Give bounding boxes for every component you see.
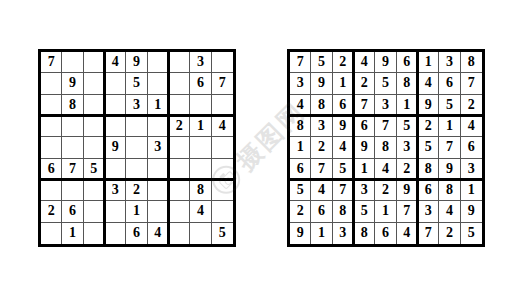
sudoku-cell: 1 bbox=[418, 52, 439, 73]
sudoku-cell bbox=[41, 95, 62, 116]
sudoku-cell: 4 bbox=[290, 95, 311, 116]
sudoku-cell: 7 bbox=[461, 73, 482, 94]
sudoku-cell: 5 bbox=[397, 116, 418, 137]
sudoku-cell: 6 bbox=[461, 137, 482, 158]
sudoku-cell: 2 bbox=[311, 137, 332, 158]
sudoku-cell: 1 bbox=[290, 137, 311, 158]
sudoku-cell bbox=[169, 201, 190, 222]
sudoku-cell bbox=[84, 223, 105, 244]
sudoku-cell: 5 bbox=[333, 159, 354, 180]
sudoku-cell bbox=[105, 159, 126, 180]
sudoku-cell: 5 bbox=[354, 201, 375, 222]
sudoku-cell: 6 bbox=[397, 52, 418, 73]
sudoku-cell bbox=[41, 137, 62, 158]
sudoku-cell: 1 bbox=[461, 180, 482, 201]
sudoku-cell: 6 bbox=[354, 116, 375, 137]
sudoku-cell: 9 bbox=[62, 73, 83, 94]
box-divider bbox=[416, 52, 419, 244]
sudoku-cell bbox=[212, 159, 233, 180]
sudoku-cell bbox=[105, 95, 126, 116]
sudoku-cell: 8 bbox=[190, 180, 211, 201]
sudoku-cell bbox=[126, 159, 147, 180]
box-divider bbox=[103, 52, 106, 244]
box-divider bbox=[290, 114, 482, 117]
sudoku-cell: 1 bbox=[375, 201, 396, 222]
sudoku-cell: 7 bbox=[311, 159, 332, 180]
sudoku-cell: 2 bbox=[418, 116, 439, 137]
sudoku-cell: 9 bbox=[354, 137, 375, 158]
sudoku-cell bbox=[212, 52, 233, 73]
sudoku-cell bbox=[169, 52, 190, 73]
sudoku-cell: 4 bbox=[333, 137, 354, 158]
sudoku-cell: 3 bbox=[461, 159, 482, 180]
sudoku-cell bbox=[84, 137, 105, 158]
sudoku-cell: 8 bbox=[311, 95, 332, 116]
box-divider bbox=[290, 178, 482, 181]
sudoku-cell: 3 bbox=[148, 137, 169, 158]
solution-grid: 7524961383912584674867319528396752141249… bbox=[287, 49, 485, 247]
sudoku-cell: 4 bbox=[461, 116, 482, 137]
sudoku-cell: 7 bbox=[354, 95, 375, 116]
sudoku-cell: 8 bbox=[62, 95, 83, 116]
sudoku-cell: 6 bbox=[375, 223, 396, 244]
sudoku-cell: 9 bbox=[126, 52, 147, 73]
sudoku-cell bbox=[169, 223, 190, 244]
sudoku-cell: 1 bbox=[311, 223, 332, 244]
sudoku-cell: 4 bbox=[375, 159, 396, 180]
sudoku-cell bbox=[62, 180, 83, 201]
sudoku-cell bbox=[84, 52, 105, 73]
sudoku-cell: 2 bbox=[375, 180, 396, 201]
sudoku-cell bbox=[212, 95, 233, 116]
sudoku-cell: 8 bbox=[333, 201, 354, 222]
sudoku-cell: 1 bbox=[190, 116, 211, 137]
sudoku-cell: 4 bbox=[105, 52, 126, 73]
sudoku-cell: 2 bbox=[461, 95, 482, 116]
sudoku-cell: 2 bbox=[290, 201, 311, 222]
sudoku-cell bbox=[126, 116, 147, 137]
sudoku-cell: 8 bbox=[375, 137, 396, 158]
sudoku-cell: 9 bbox=[290, 223, 311, 244]
sudoku-cell: 9 bbox=[311, 73, 332, 94]
sudoku-cell: 6 bbox=[62, 201, 83, 222]
sudoku-cell: 6 bbox=[418, 180, 439, 201]
sudoku-cell: 1 bbox=[333, 73, 354, 94]
sudoku-cell bbox=[84, 201, 105, 222]
sudoku-cell bbox=[84, 116, 105, 137]
sudoku-cell: 6 bbox=[290, 159, 311, 180]
sudoku-cell: 7 bbox=[290, 52, 311, 73]
sudoku-cell: 3 bbox=[439, 52, 460, 73]
sudoku-cell bbox=[190, 159, 211, 180]
sudoku-cell: 9 bbox=[461, 201, 482, 222]
box-divider bbox=[167, 52, 170, 244]
sudoku-cell bbox=[169, 95, 190, 116]
sudoku-cell: 4 bbox=[190, 201, 211, 222]
sudoku-cell bbox=[105, 223, 126, 244]
sudoku-cell: 2 bbox=[397, 159, 418, 180]
sudoku-cell: 2 bbox=[126, 180, 147, 201]
sudoku-cell bbox=[105, 116, 126, 137]
sudoku-cell bbox=[84, 180, 105, 201]
sudoku-cell: 5 bbox=[418, 137, 439, 158]
sudoku-cell: 4 bbox=[354, 52, 375, 73]
sudoku-cell: 3 bbox=[126, 95, 147, 116]
sudoku-cell bbox=[41, 73, 62, 94]
sudoku-cell bbox=[84, 73, 105, 94]
sudoku-cell bbox=[169, 73, 190, 94]
sudoku-cell bbox=[169, 137, 190, 158]
sudoku-cell: 1 bbox=[397, 95, 418, 116]
sudoku-cell: 7 bbox=[418, 223, 439, 244]
sudoku-cell bbox=[148, 116, 169, 137]
sudoku-cell bbox=[126, 137, 147, 158]
box-divider bbox=[352, 52, 355, 244]
sudoku-cell: 3 bbox=[375, 95, 396, 116]
sudoku-cell: 3 bbox=[190, 52, 211, 73]
sudoku-cell: 5 bbox=[311, 52, 332, 73]
sudoku-cell bbox=[190, 223, 211, 244]
sudoku-cell: 4 bbox=[212, 116, 233, 137]
sudoku-cell bbox=[148, 52, 169, 73]
sudoku-cell: 2 bbox=[41, 201, 62, 222]
sudoku-cell bbox=[212, 137, 233, 158]
sudoku-cell: 8 bbox=[461, 52, 482, 73]
sudoku-cell bbox=[148, 201, 169, 222]
sudoku-cell: 7 bbox=[41, 52, 62, 73]
sudoku-cell: 9 bbox=[397, 180, 418, 201]
sudoku-cell: 1 bbox=[62, 223, 83, 244]
sudoku-cell: 1 bbox=[126, 201, 147, 222]
sudoku-cell bbox=[190, 137, 211, 158]
sudoku-cell: 7 bbox=[62, 159, 83, 180]
sudoku-cell: 3 bbox=[397, 137, 418, 158]
sudoku-illustration: 749395678312149367532826141645 752496138… bbox=[0, 0, 525, 300]
sudoku-cell: 2 bbox=[354, 73, 375, 94]
sudoku-cell: 9 bbox=[105, 137, 126, 158]
sudoku-cell: 3 bbox=[290, 73, 311, 94]
puzzle-grid: 749395678312149367532826141645 bbox=[38, 49, 236, 247]
sudoku-cell bbox=[212, 201, 233, 222]
sudoku-cell: 3 bbox=[418, 201, 439, 222]
sudoku-cell: 1 bbox=[439, 116, 460, 137]
sudoku-cell: 2 bbox=[439, 223, 460, 244]
sudoku-cell: 9 bbox=[375, 52, 396, 73]
sudoku-cell bbox=[212, 180, 233, 201]
sudoku-cell: 7 bbox=[375, 116, 396, 137]
sudoku-cell: 6 bbox=[41, 159, 62, 180]
sudoku-cell bbox=[169, 180, 190, 201]
sudoku-cell: 7 bbox=[333, 180, 354, 201]
sudoku-cell bbox=[41, 223, 62, 244]
sudoku-cell: 9 bbox=[333, 116, 354, 137]
sudoku-cell: 3 bbox=[333, 223, 354, 244]
sudoku-cell bbox=[105, 73, 126, 94]
sudoku-cell: 5 bbox=[290, 180, 311, 201]
sudoku-cell: 6 bbox=[333, 95, 354, 116]
sudoku-cell: 4 bbox=[418, 73, 439, 94]
box-divider bbox=[41, 114, 233, 117]
sudoku-cell: 6 bbox=[190, 73, 211, 94]
sudoku-cell: 9 bbox=[418, 95, 439, 116]
sudoku-cell: 6 bbox=[126, 223, 147, 244]
sudoku-cell: 6 bbox=[311, 201, 332, 222]
sudoku-cell: 6 bbox=[439, 73, 460, 94]
sudoku-cell: 1 bbox=[148, 95, 169, 116]
sudoku-cell: 5 bbox=[439, 95, 460, 116]
sudoku-cell bbox=[62, 116, 83, 137]
sudoku-cell: 4 bbox=[148, 223, 169, 244]
sudoku-cell: 8 bbox=[418, 159, 439, 180]
sudoku-cell: 4 bbox=[397, 223, 418, 244]
sudoku-cell: 3 bbox=[105, 180, 126, 201]
sudoku-cell: 5 bbox=[212, 223, 233, 244]
sudoku-cell bbox=[190, 95, 211, 116]
sudoku-cell bbox=[84, 95, 105, 116]
sudoku-cell bbox=[148, 159, 169, 180]
sudoku-cell bbox=[148, 180, 169, 201]
sudoku-cell: 2 bbox=[333, 52, 354, 73]
sudoku-cell: 2 bbox=[169, 116, 190, 137]
box-divider bbox=[41, 178, 233, 181]
sudoku-cell: 8 bbox=[354, 223, 375, 244]
sudoku-cell: 1 bbox=[354, 159, 375, 180]
sudoku-cell: 8 bbox=[439, 180, 460, 201]
sudoku-cell: 3 bbox=[354, 180, 375, 201]
sudoku-cell: 3 bbox=[311, 116, 332, 137]
sudoku-cell bbox=[148, 73, 169, 94]
sudoku-cell bbox=[41, 180, 62, 201]
sudoku-cell: 5 bbox=[126, 73, 147, 94]
sudoku-cell: 4 bbox=[439, 201, 460, 222]
sudoku-cell: 5 bbox=[375, 73, 396, 94]
sudoku-cell: 9 bbox=[439, 159, 460, 180]
sudoku-cell: 7 bbox=[439, 137, 460, 158]
sudoku-cell: 8 bbox=[397, 73, 418, 94]
sudoku-cell bbox=[62, 137, 83, 158]
sudoku-cell: 4 bbox=[311, 180, 332, 201]
sudoku-cell: 8 bbox=[290, 116, 311, 137]
sudoku-cell: 5 bbox=[461, 223, 482, 244]
sudoku-cell: 5 bbox=[84, 159, 105, 180]
sudoku-cell: 7 bbox=[397, 201, 418, 222]
sudoku-cell bbox=[62, 52, 83, 73]
sudoku-cell bbox=[169, 159, 190, 180]
sudoku-cell bbox=[105, 201, 126, 222]
sudoku-cell bbox=[41, 116, 62, 137]
sudoku-cell: 7 bbox=[212, 73, 233, 94]
